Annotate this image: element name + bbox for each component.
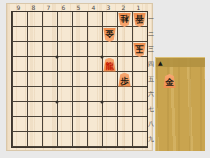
star-point bbox=[56, 101, 59, 104]
board-cell-2-6[interactable] bbox=[117, 87, 132, 102]
board-cell-7-7[interactable] bbox=[42, 102, 57, 117]
board-cell-8-4[interactable] bbox=[27, 57, 42, 72]
board-cell-5-1[interactable] bbox=[72, 12, 87, 27]
board-cell-4-4[interactable] bbox=[87, 57, 102, 72]
rank-label-5: 五 bbox=[147, 71, 155, 86]
board-cell-3-8[interactable] bbox=[102, 117, 117, 132]
shogi-board: 987654321 一二三四五六七八九 桂香金玉龍歩 bbox=[6, 3, 153, 151]
tsume-shogi-widget: 987654321 一二三四五六七八九 桂香金玉龍歩 ▲ 金 bbox=[0, 0, 210, 158]
board-cell-1-8[interactable] bbox=[132, 117, 147, 132]
board-cell-6-3[interactable] bbox=[57, 42, 72, 57]
board-cell-8-3[interactable] bbox=[27, 42, 42, 57]
board-cell-1-7[interactable] bbox=[132, 102, 147, 117]
rank-label-9: 九 bbox=[147, 131, 155, 146]
board-cell-4-9[interactable] bbox=[87, 132, 102, 147]
board-cell-6-1[interactable] bbox=[57, 12, 72, 27]
board-cell-4-6[interactable] bbox=[87, 87, 102, 102]
board-cell-4-5[interactable] bbox=[87, 72, 102, 87]
star-point bbox=[101, 101, 104, 104]
file-label-8: 8 bbox=[26, 4, 41, 11]
board-cell-5-4[interactable] bbox=[72, 57, 87, 72]
board-cell-1-5[interactable] bbox=[132, 72, 147, 87]
rank-label-1: 一 bbox=[147, 11, 155, 26]
board-cell-7-1[interactable] bbox=[42, 12, 57, 27]
board-cell-5-3[interactable] bbox=[72, 42, 87, 57]
board-cell-7-2[interactable] bbox=[42, 27, 57, 42]
sente-marker-icon: ▲ bbox=[158, 59, 163, 66]
rank-label-8: 八 bbox=[147, 116, 155, 131]
star-point bbox=[101, 56, 104, 59]
board-cell-6-9[interactable] bbox=[57, 132, 72, 147]
file-label-2: 2 bbox=[116, 4, 131, 11]
board-cell-9-2[interactable] bbox=[12, 27, 27, 42]
piece-glyph: 歩 bbox=[120, 74, 129, 88]
board-cell-7-4[interactable] bbox=[42, 57, 57, 72]
board-cell-6-6[interactable] bbox=[57, 87, 72, 102]
board-cell-6-7[interactable] bbox=[57, 102, 72, 117]
board-cell-5-5[interactable] bbox=[72, 72, 87, 87]
rank-label-2: 二 bbox=[147, 26, 155, 41]
board-cell-6-8[interactable] bbox=[57, 117, 72, 132]
board-cell-9-7[interactable] bbox=[12, 102, 27, 117]
piece-glyph: 桂 bbox=[120, 12, 129, 26]
board-cell-3-5[interactable] bbox=[102, 72, 117, 87]
board-cell-4-7[interactable] bbox=[87, 102, 102, 117]
piece-glyph: 香 bbox=[135, 12, 144, 26]
file-label-7: 7 bbox=[41, 4, 56, 11]
piece-glyph: 金 bbox=[105, 27, 114, 41]
board-cell-1-6[interactable] bbox=[132, 87, 147, 102]
piece-glyph: 龍 bbox=[105, 59, 114, 73]
board-cell-4-2[interactable] bbox=[87, 27, 102, 42]
file-label-5: 5 bbox=[71, 4, 86, 11]
board-cell-7-6[interactable] bbox=[42, 87, 57, 102]
board-cell-2-7[interactable] bbox=[117, 102, 132, 117]
rank-labels: 一二三四五六七八九 bbox=[147, 11, 155, 146]
board-cell-2-2[interactable] bbox=[117, 27, 132, 42]
board-cell-8-6[interactable] bbox=[27, 87, 42, 102]
board-cell-9-8[interactable] bbox=[12, 117, 27, 132]
board-cell-3-6[interactable] bbox=[102, 87, 117, 102]
rank-label-3: 三 bbox=[147, 41, 155, 56]
board-cell-7-8[interactable] bbox=[42, 117, 57, 132]
board-cell-1-9[interactable] bbox=[132, 132, 147, 147]
rank-label-6: 六 bbox=[147, 86, 155, 101]
board-cell-8-1[interactable] bbox=[27, 12, 42, 27]
board-cell-5-6[interactable] bbox=[72, 87, 87, 102]
board-cell-1-2[interactable] bbox=[132, 27, 147, 42]
rank-label-4: 四 bbox=[147, 56, 155, 71]
board-cell-9-5[interactable] bbox=[12, 72, 27, 87]
board-cell-1-4[interactable] bbox=[132, 57, 147, 72]
komadai-header bbox=[156, 58, 205, 67]
file-label-6: 6 bbox=[56, 4, 71, 11]
board-cell-6-2[interactable] bbox=[57, 27, 72, 42]
board-cell-8-9[interactable] bbox=[27, 132, 42, 147]
board-cell-3-7[interactable] bbox=[102, 102, 117, 117]
rank-label-7: 七 bbox=[147, 101, 155, 116]
board-cell-7-9[interactable] bbox=[42, 132, 57, 147]
board-cell-2-8[interactable] bbox=[117, 117, 132, 132]
board-cell-7-5[interactable] bbox=[42, 72, 57, 87]
hand-piece-金[interactable]: 金 bbox=[163, 74, 176, 88]
board-cell-9-6[interactable] bbox=[12, 87, 27, 102]
board-cell-2-9[interactable] bbox=[117, 132, 132, 147]
file-label-3: 3 bbox=[101, 4, 116, 11]
file-label-1: 1 bbox=[131, 4, 146, 11]
piece-glyph: 金 bbox=[165, 75, 174, 89]
board-cell-9-1[interactable] bbox=[12, 12, 27, 27]
board-cell-5-2[interactable] bbox=[72, 27, 87, 42]
board-cell-3-9[interactable] bbox=[102, 132, 117, 147]
piece-glyph: 玉 bbox=[135, 42, 144, 56]
board-cell-5-7[interactable] bbox=[72, 102, 87, 117]
board-cell-4-8[interactable] bbox=[87, 117, 102, 132]
board-cell-3-1[interactable] bbox=[102, 12, 117, 27]
board-cell-8-5[interactable] bbox=[27, 72, 42, 87]
file-label-9: 9 bbox=[11, 4, 26, 11]
file-labels: 987654321 bbox=[11, 4, 146, 11]
board-cell-9-4[interactable] bbox=[12, 57, 27, 72]
board-cell-2-4[interactable] bbox=[117, 57, 132, 72]
board-cell-9-9[interactable] bbox=[12, 132, 27, 147]
board-cell-4-1[interactable] bbox=[87, 12, 102, 27]
komadai: ▲ 金 bbox=[155, 57, 205, 151]
board-cell-5-8[interactable] bbox=[72, 117, 87, 132]
board-cell-9-3[interactable] bbox=[12, 42, 27, 57]
board-cell-4-3[interactable] bbox=[87, 42, 102, 57]
file-label-4: 4 bbox=[86, 4, 101, 11]
board-grid[interactable]: 桂香金玉龍歩 bbox=[11, 11, 148, 148]
board-cell-6-4[interactable] bbox=[57, 57, 72, 72]
board-cell-6-5[interactable] bbox=[57, 72, 72, 87]
star-point bbox=[56, 56, 59, 59]
board-cell-8-8[interactable] bbox=[27, 117, 42, 132]
board-cell-8-2[interactable] bbox=[27, 27, 42, 42]
board-cell-5-9[interactable] bbox=[72, 132, 87, 147]
board-cell-2-3[interactable] bbox=[117, 42, 132, 57]
board-cell-3-3[interactable] bbox=[102, 42, 117, 57]
board-cell-7-3[interactable] bbox=[42, 42, 57, 57]
board-cell-8-7[interactable] bbox=[27, 102, 42, 117]
